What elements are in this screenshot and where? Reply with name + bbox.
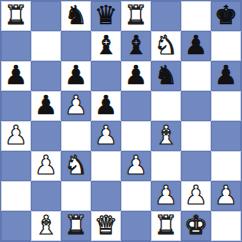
piece-white-pawn: ♟ <box>94 122 117 148</box>
chess-board: ♜♞♛♜♚♝♝♞♟♟♟♟♞♟♟♟♟♟♟♝♟♞♟♟♟♟♝♜♛♜♚ <box>0 0 242 242</box>
piece-white-knight: ♞ <box>154 32 177 58</box>
square-a7[interactable] <box>1 31 31 61</box>
square-b2[interactable] <box>31 181 61 211</box>
square-d7[interactable]: ♝ <box>91 31 121 61</box>
piece-white-bishop: ♝ <box>154 122 177 148</box>
square-e7[interactable]: ♝ <box>121 31 151 61</box>
square-d4[interactable]: ♟ <box>91 121 121 151</box>
piece-black-pawn: ♟ <box>4 62 27 88</box>
square-h8[interactable]: ♚ <box>211 1 241 31</box>
piece-white-bishop: ♝ <box>34 212 57 238</box>
square-c5[interactable]: ♟ <box>61 91 91 121</box>
square-f7[interactable]: ♞ <box>151 31 181 61</box>
square-a1[interactable] <box>1 211 31 241</box>
square-b1[interactable]: ♝ <box>31 211 61 241</box>
piece-white-pawn: ♟ <box>4 122 27 148</box>
square-e8[interactable]: ♜ <box>121 1 151 31</box>
square-a2[interactable] <box>1 181 31 211</box>
square-g4[interactable] <box>181 121 211 151</box>
square-f4[interactable]: ♝ <box>151 121 181 151</box>
square-d8[interactable]: ♛ <box>91 1 121 31</box>
piece-black-king: ♚ <box>214 2 237 28</box>
square-a3[interactable] <box>1 151 31 181</box>
square-h2[interactable]: ♟ <box>211 181 241 211</box>
square-b4[interactable] <box>31 121 61 151</box>
square-h5[interactable] <box>211 91 241 121</box>
piece-white-pawn: ♟ <box>124 152 147 178</box>
square-h3[interactable] <box>211 151 241 181</box>
square-c4[interactable] <box>61 121 91 151</box>
piece-black-queen: ♛ <box>94 2 117 28</box>
piece-black-knight: ♞ <box>64 2 87 28</box>
square-c2[interactable] <box>61 181 91 211</box>
square-g1[interactable]: ♚ <box>181 211 211 241</box>
square-g6[interactable] <box>181 61 211 91</box>
square-c1[interactable]: ♜ <box>61 211 91 241</box>
piece-black-pawn: ♟ <box>214 62 237 88</box>
piece-black-pawn: ♟ <box>124 62 147 88</box>
piece-white-pawn: ♟ <box>184 182 207 208</box>
square-g3[interactable] <box>181 151 211 181</box>
piece-white-pawn: ♟ <box>34 152 57 178</box>
square-d6[interactable] <box>91 61 121 91</box>
square-b6[interactable] <box>31 61 61 91</box>
square-e6[interactable]: ♟ <box>121 61 151 91</box>
square-f2[interactable]: ♟ <box>151 181 181 211</box>
square-e4[interactable] <box>121 121 151 151</box>
square-f8[interactable] <box>151 1 181 31</box>
square-h6[interactable]: ♟ <box>211 61 241 91</box>
square-h7[interactable] <box>211 31 241 61</box>
square-b7[interactable] <box>31 31 61 61</box>
square-d2[interactable] <box>91 181 121 211</box>
square-d5[interactable]: ♟ <box>91 91 121 121</box>
square-b5[interactable]: ♟ <box>31 91 61 121</box>
piece-white-king: ♚ <box>184 212 207 238</box>
piece-white-rook: ♜ <box>124 2 147 28</box>
piece-white-rook: ♜ <box>4 2 27 28</box>
square-a5[interactable] <box>1 91 31 121</box>
square-a8[interactable]: ♜ <box>1 1 31 31</box>
square-f1[interactable]: ♜ <box>151 211 181 241</box>
piece-black-pawn: ♟ <box>34 92 57 118</box>
square-h1[interactable] <box>211 211 241 241</box>
piece-black-pawn: ♟ <box>64 62 87 88</box>
square-g7[interactable]: ♟ <box>181 31 211 61</box>
square-g8[interactable] <box>181 1 211 31</box>
square-e5[interactable] <box>121 91 151 121</box>
square-d1[interactable]: ♛ <box>91 211 121 241</box>
square-h4[interactable] <box>211 121 241 151</box>
piece-black-pawn: ♟ <box>184 32 207 58</box>
piece-black-pawn: ♟ <box>94 92 117 118</box>
piece-white-pawn: ♟ <box>64 92 87 118</box>
piece-black-bishop: ♝ <box>124 32 147 58</box>
square-g2[interactable]: ♟ <box>181 181 211 211</box>
square-c3[interactable]: ♞ <box>61 151 91 181</box>
square-d3[interactable] <box>91 151 121 181</box>
square-g5[interactable] <box>181 91 211 121</box>
square-f5[interactable] <box>151 91 181 121</box>
square-f3[interactable] <box>151 151 181 181</box>
square-e1[interactable] <box>121 211 151 241</box>
square-e2[interactable] <box>121 181 151 211</box>
piece-white-pawn: ♟ <box>214 182 237 208</box>
piece-white-rook: ♜ <box>154 212 177 238</box>
square-a4[interactable]: ♟ <box>1 121 31 151</box>
square-c6[interactable]: ♟ <box>61 61 91 91</box>
square-f6[interactable]: ♞ <box>151 61 181 91</box>
piece-white-queen: ♛ <box>94 212 117 238</box>
piece-white-pawn: ♟ <box>154 182 177 208</box>
piece-black-bishop: ♝ <box>94 32 117 58</box>
piece-white-rook: ♜ <box>64 212 87 238</box>
square-b8[interactable] <box>31 1 61 31</box>
square-a6[interactable]: ♟ <box>1 61 31 91</box>
square-c7[interactable] <box>61 31 91 61</box>
square-e3[interactable]: ♟ <box>121 151 151 181</box>
square-c8[interactable]: ♞ <box>61 1 91 31</box>
square-b3[interactable]: ♟ <box>31 151 61 181</box>
piece-white-knight: ♞ <box>64 152 87 178</box>
piece-black-knight: ♞ <box>154 62 177 88</box>
